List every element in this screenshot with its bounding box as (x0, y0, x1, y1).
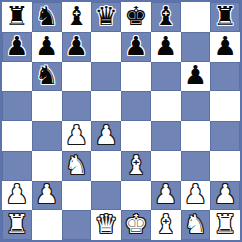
square-e3[interactable]: ♝ (121, 151, 151, 181)
white-pawn-piece[interactable]: ♟ (213, 181, 236, 207)
square-h4[interactable] (210, 121, 240, 151)
square-c7[interactable]: ♟ (62, 32, 92, 62)
square-d4[interactable]: ♟ (91, 121, 121, 151)
black-pawn-piece[interactable]: ♟ (184, 62, 207, 88)
square-e1[interactable]: ♚ (121, 210, 151, 240)
square-c8[interactable]: ♝ (62, 2, 92, 32)
square-g2[interactable]: ♟ (181, 181, 211, 211)
square-b2[interactable]: ♟ (32, 181, 62, 211)
white-rook-piece[interactable]: ♜ (5, 211, 28, 237)
square-h1[interactable]: ♜ (210, 210, 240, 240)
square-d5[interactable] (91, 91, 121, 121)
square-c5[interactable] (62, 91, 92, 121)
square-h8[interactable]: ♜ (210, 2, 240, 32)
black-queen-piece[interactable]: ♛ (94, 3, 117, 29)
white-queen-piece[interactable]: ♛ (94, 211, 117, 237)
white-pawn-piece[interactable]: ♟ (184, 181, 207, 207)
square-d2[interactable] (91, 181, 121, 211)
square-a3[interactable] (2, 151, 32, 181)
square-f8[interactable]: ♝ (151, 2, 181, 32)
square-h7[interactable]: ♟ (210, 32, 240, 62)
square-g8[interactable] (181, 2, 211, 32)
white-rook-piece[interactable]: ♜ (213, 211, 236, 237)
chess-board: ♜♞♝♛♚♝♜♟♟♟♟♟♟♞♟♟♟♞♝♟♟♟♟♟♜♛♚♝♞♜ (0, 0, 242, 242)
chess-board-container: ♜♞♝♛♚♝♜♟♟♟♟♟♟♞♟♟♟♞♝♟♟♟♟♟♜♛♚♝♞♜ (0, 0, 242, 242)
black-pawn-piece[interactable]: ♟ (5, 33, 28, 59)
square-e2[interactable] (121, 181, 151, 211)
square-f6[interactable] (151, 62, 181, 92)
square-g6[interactable]: ♟ (181, 62, 211, 92)
square-c3[interactable]: ♞ (62, 151, 92, 181)
square-f1[interactable]: ♝ (151, 210, 181, 240)
square-e7[interactable]: ♟ (121, 32, 151, 62)
square-b4[interactable] (32, 121, 62, 151)
white-knight-piece[interactable]: ♞ (65, 152, 88, 178)
square-e8[interactable]: ♚ (121, 2, 151, 32)
black-bishop-piece[interactable]: ♝ (65, 3, 88, 29)
square-c2[interactable] (62, 181, 92, 211)
white-pawn-piece[interactable]: ♟ (65, 122, 88, 148)
black-rook-piece[interactable]: ♜ (5, 3, 28, 29)
square-a2[interactable]: ♟ (2, 181, 32, 211)
white-bishop-piece[interactable]: ♝ (124, 152, 147, 178)
square-b8[interactable]: ♞ (32, 2, 62, 32)
square-f2[interactable]: ♟ (151, 181, 181, 211)
square-f4[interactable] (151, 121, 181, 151)
white-pawn-piece[interactable]: ♟ (154, 181, 177, 207)
square-a8[interactable]: ♜ (2, 2, 32, 32)
square-b5[interactable] (32, 91, 62, 121)
square-b3[interactable] (32, 151, 62, 181)
square-e6[interactable] (121, 62, 151, 92)
black-pawn-piece[interactable]: ♟ (213, 33, 236, 59)
square-h5[interactable] (210, 91, 240, 121)
white-pawn-piece[interactable]: ♟ (94, 122, 117, 148)
white-pawn-piece[interactable]: ♟ (5, 181, 28, 207)
square-f7[interactable]: ♟ (151, 32, 181, 62)
square-c4[interactable]: ♟ (62, 121, 92, 151)
black-knight-piece[interactable]: ♞ (35, 3, 58, 29)
square-d7[interactable] (91, 32, 121, 62)
square-h6[interactable] (210, 62, 240, 92)
square-h2[interactable]: ♟ (210, 181, 240, 211)
square-a5[interactable] (2, 91, 32, 121)
white-bishop-piece[interactable]: ♝ (154, 211, 177, 237)
square-g4[interactable] (181, 121, 211, 151)
square-b1[interactable] (32, 210, 62, 240)
square-b6[interactable]: ♞ (32, 62, 62, 92)
white-pawn-piece[interactable]: ♟ (35, 181, 58, 207)
square-g3[interactable] (181, 151, 211, 181)
square-g7[interactable] (181, 32, 211, 62)
square-h3[interactable] (210, 151, 240, 181)
square-g5[interactable] (181, 91, 211, 121)
square-d3[interactable] (91, 151, 121, 181)
black-pawn-piece[interactable]: ♟ (35, 33, 58, 59)
square-e4[interactable] (121, 121, 151, 151)
black-pawn-piece[interactable]: ♟ (65, 33, 88, 59)
square-f5[interactable] (151, 91, 181, 121)
square-a7[interactable]: ♟ (2, 32, 32, 62)
black-knight-piece[interactable]: ♞ (35, 62, 58, 88)
black-rook-piece[interactable]: ♜ (213, 3, 236, 29)
square-c1[interactable] (62, 210, 92, 240)
black-pawn-piece[interactable]: ♟ (124, 33, 147, 59)
square-a4[interactable] (2, 121, 32, 151)
black-bishop-piece[interactable]: ♝ (154, 3, 177, 29)
square-d8[interactable]: ♛ (91, 2, 121, 32)
white-king-piece[interactable]: ♚ (124, 211, 147, 237)
square-f3[interactable] (151, 151, 181, 181)
black-pawn-piece[interactable]: ♟ (154, 33, 177, 59)
white-knight-piece[interactable]: ♞ (184, 211, 207, 237)
black-king-piece[interactable]: ♚ (124, 3, 147, 29)
square-b7[interactable]: ♟ (32, 32, 62, 62)
square-g1[interactable]: ♞ (181, 210, 211, 240)
square-d1[interactable]: ♛ (91, 210, 121, 240)
square-a1[interactable]: ♜ (2, 210, 32, 240)
square-e5[interactable] (121, 91, 151, 121)
square-d6[interactable] (91, 62, 121, 92)
square-a6[interactable] (2, 62, 32, 92)
square-c6[interactable] (62, 62, 92, 92)
